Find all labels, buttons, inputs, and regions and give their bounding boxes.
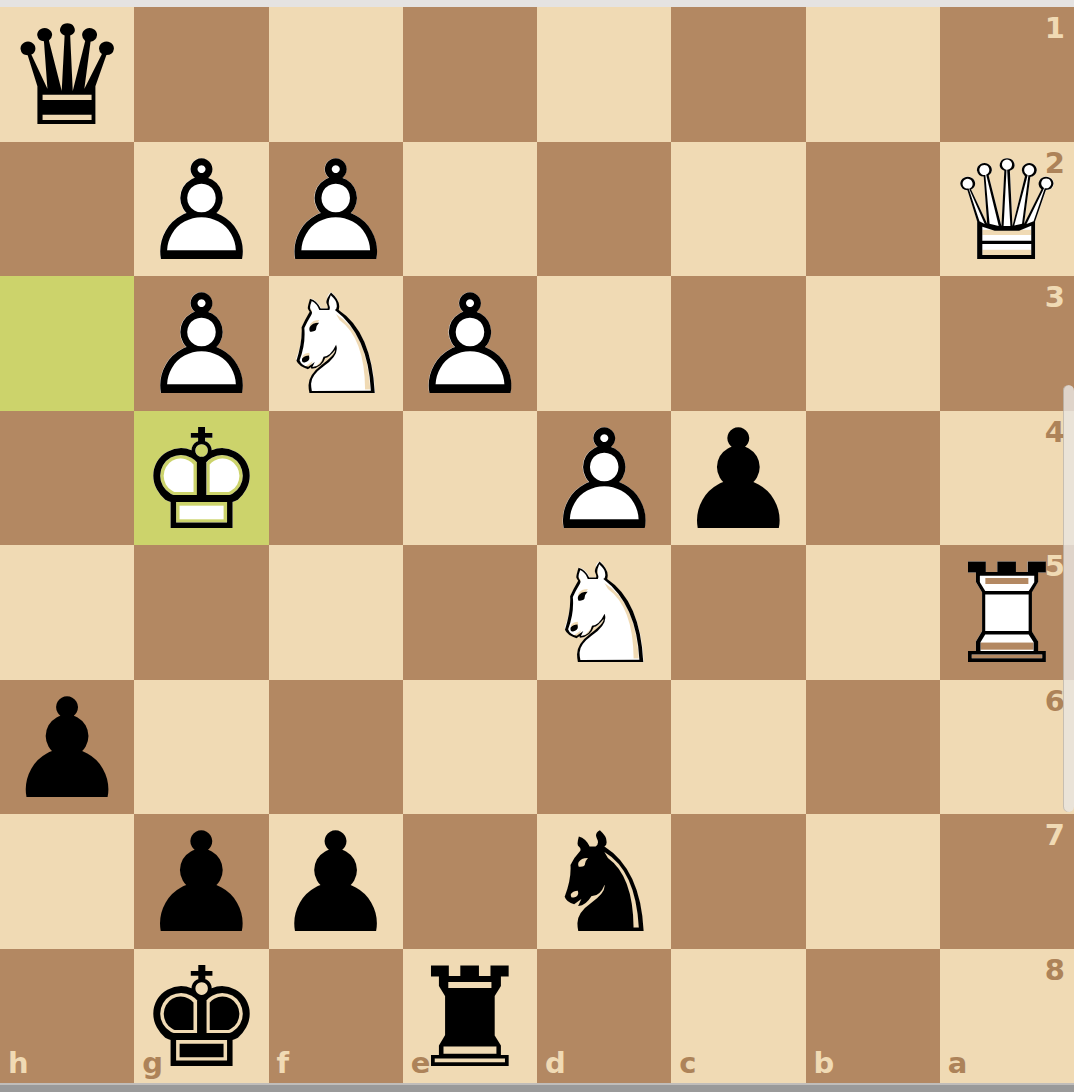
- coord-rank-7: 7: [1045, 818, 1065, 852]
- square-a5[interactable]: ♜♖5: [940, 545, 1074, 680]
- white-pawn-glyph: ♟: [269, 145, 403, 280]
- white-pawn-outline-glyph: ♙: [403, 279, 537, 414]
- black-queen-glyph: ♛: [0, 10, 134, 145]
- square-a4[interactable]: 4: [940, 411, 1074, 546]
- square-b1[interactable]: [806, 7, 940, 142]
- square-e4[interactable]: [403, 411, 537, 546]
- square-b2[interactable]: [806, 142, 940, 277]
- coord-rank-4: 4: [1045, 415, 1065, 449]
- square-h8[interactable]: h: [0, 949, 134, 1084]
- square-c5[interactable]: [671, 545, 805, 680]
- square-g5[interactable]: [134, 545, 268, 680]
- piece-white-knight[interactable]: ♞♘: [537, 545, 671, 680]
- square-d4[interactable]: ♟♙: [537, 411, 671, 546]
- white-knight-outline-glyph: ♘: [537, 548, 671, 683]
- scrollbar-thumb[interactable]: [1063, 385, 1074, 812]
- piece-white-pawn[interactable]: ♟♙: [269, 142, 403, 277]
- square-h2[interactable]: [0, 142, 134, 277]
- square-g1[interactable]: [134, 7, 268, 142]
- coord-file-e: e: [411, 1046, 431, 1080]
- coord-file-h: h: [8, 1046, 29, 1080]
- square-b4[interactable]: [806, 411, 940, 546]
- square-e8[interactable]: ♜e: [403, 949, 537, 1084]
- square-f4[interactable]: [269, 411, 403, 546]
- square-e5[interactable]: [403, 545, 537, 680]
- square-c1[interactable]: [671, 7, 805, 142]
- black-pawn-glyph: ♟: [0, 683, 134, 818]
- square-h5[interactable]: [0, 545, 134, 680]
- piece-white-pawn[interactable]: ♟♙: [134, 142, 268, 277]
- square-f5[interactable]: [269, 545, 403, 680]
- square-d6[interactable]: [537, 680, 671, 815]
- white-pawn-glyph: ♟: [537, 414, 671, 549]
- square-b8[interactable]: b: [806, 949, 940, 1084]
- square-g4[interactable]: ♚♔: [134, 411, 268, 546]
- square-c3[interactable]: [671, 276, 805, 411]
- bottom-window-edge: [0, 1083, 1074, 1092]
- square-f2[interactable]: ♟♙: [269, 142, 403, 277]
- piece-black-pawn[interactable]: ♟: [671, 411, 805, 546]
- piece-black-pawn[interactable]: ♟: [269, 814, 403, 949]
- square-d8[interactable]: d: [537, 949, 671, 1084]
- coord-file-b: b: [814, 1046, 835, 1080]
- square-b7[interactable]: [806, 814, 940, 949]
- square-f6[interactable]: [269, 680, 403, 815]
- square-c6[interactable]: [671, 680, 805, 815]
- square-a2[interactable]: ♛♕2: [940, 142, 1074, 277]
- square-a7[interactable]: 7: [940, 814, 1074, 949]
- square-c2[interactable]: [671, 142, 805, 277]
- coord-file-c: c: [679, 1046, 696, 1080]
- white-pawn-glyph: ♟: [134, 279, 268, 414]
- chess-board: ♛1♟♙♟♙♛♕2♟♙♞♘♟♙3♚♔♟♙♟4♞♘♜♖5♟6♟♟♞7h♚gf♜ed…: [0, 7, 1074, 1083]
- black-pawn-glyph: ♟: [671, 414, 805, 549]
- coord-rank-1: 1: [1045, 11, 1065, 45]
- white-knight-glyph: ♞: [537, 548, 671, 683]
- piece-black-pawn[interactable]: ♟: [0, 680, 134, 815]
- top-window-edge: [0, 0, 1074, 7]
- piece-white-pawn[interactable]: ♟♙: [403, 276, 537, 411]
- coord-file-f: f: [277, 1046, 290, 1080]
- black-knight-glyph: ♞: [537, 817, 671, 952]
- white-pawn-glyph: ♟: [403, 279, 537, 414]
- white-pawn-outline-glyph: ♙: [134, 145, 268, 280]
- square-e6[interactable]: [403, 680, 537, 815]
- square-f1[interactable]: [269, 7, 403, 142]
- piece-white-pawn[interactable]: ♟♙: [134, 276, 268, 411]
- square-h7[interactable]: [0, 814, 134, 949]
- black-pawn-glyph: ♟: [269, 817, 403, 952]
- square-a8[interactable]: 8a: [940, 949, 1074, 1084]
- square-d3[interactable]: [537, 276, 671, 411]
- square-g7[interactable]: ♟: [134, 814, 268, 949]
- white-king-outline-glyph: ♔: [134, 414, 268, 549]
- white-pawn-outline-glyph: ♙: [134, 279, 268, 414]
- coord-rank-2: 2: [1045, 146, 1065, 180]
- square-f7[interactable]: ♟: [269, 814, 403, 949]
- square-a1[interactable]: 1: [940, 7, 1074, 142]
- square-e3[interactable]: ♟♙: [403, 276, 537, 411]
- page: ♛1♟♙♟♙♛♕2♟♙♞♘♟♙3♚♔♟♙♟4♞♘♜♖5♟6♟♟♞7h♚gf♜ed…: [0, 0, 1074, 1092]
- piece-black-pawn[interactable]: ♟: [134, 814, 268, 949]
- square-g8[interactable]: ♚g: [134, 949, 268, 1084]
- coord-file-d: d: [545, 1046, 566, 1080]
- square-f3[interactable]: ♞♘: [269, 276, 403, 411]
- piece-white-knight[interactable]: ♞♘: [269, 276, 403, 411]
- white-pawn-outline-glyph: ♙: [269, 145, 403, 280]
- piece-white-pawn[interactable]: ♟♙: [537, 411, 671, 546]
- coord-rank-6: 6: [1045, 684, 1065, 718]
- square-g3[interactable]: ♟♙: [134, 276, 268, 411]
- square-e7[interactable]: [403, 814, 537, 949]
- piece-white-king[interactable]: ♚♔: [134, 411, 268, 546]
- square-d7[interactable]: ♞: [537, 814, 671, 949]
- coord-file-a: a: [948, 1046, 968, 1080]
- coord-rank-3: 3: [1045, 280, 1065, 314]
- square-h6[interactable]: ♟: [0, 680, 134, 815]
- square-d2[interactable]: [537, 142, 671, 277]
- piece-black-queen[interactable]: ♛: [0, 7, 134, 142]
- square-b6[interactable]: [806, 680, 940, 815]
- square-g6[interactable]: [134, 680, 268, 815]
- square-a3[interactable]: 3: [940, 276, 1074, 411]
- square-d5[interactable]: ♞♘: [537, 545, 671, 680]
- coord-rank-8: 8: [1045, 953, 1065, 987]
- square-c7[interactable]: [671, 814, 805, 949]
- square-b5[interactable]: [806, 545, 940, 680]
- white-pawn-outline-glyph: ♙: [537, 414, 671, 549]
- white-knight-glyph: ♞: [269, 279, 403, 414]
- square-b3[interactable]: [806, 276, 940, 411]
- white-pawn-glyph: ♟: [134, 145, 268, 280]
- coord-rank-5: 5: [1045, 549, 1065, 583]
- square-a6[interactable]: 6: [940, 680, 1074, 815]
- black-pawn-glyph: ♟: [134, 817, 268, 952]
- white-knight-outline-glyph: ♘: [269, 279, 403, 414]
- square-h3[interactable]: [0, 276, 134, 411]
- square-e2[interactable]: [403, 142, 537, 277]
- square-c8[interactable]: c: [671, 949, 805, 1084]
- square-d1[interactable]: [537, 7, 671, 142]
- square-e1[interactable]: [403, 7, 537, 142]
- square-c4[interactable]: ♟: [671, 411, 805, 546]
- white-king-glyph: ♚: [134, 414, 268, 549]
- square-h1[interactable]: ♛: [0, 7, 134, 142]
- square-g2[interactable]: ♟♙: [134, 142, 268, 277]
- piece-black-knight[interactable]: ♞: [537, 814, 671, 949]
- square-h4[interactable]: [0, 411, 134, 546]
- coord-file-g: g: [142, 1046, 163, 1080]
- square-f8[interactable]: f: [269, 949, 403, 1084]
